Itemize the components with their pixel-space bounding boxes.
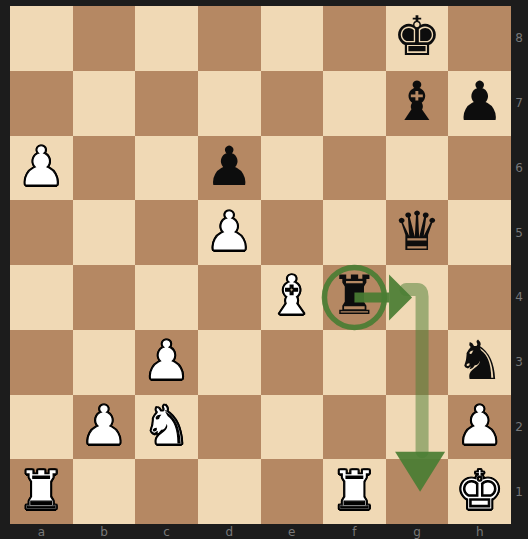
square-h6[interactable]	[448, 136, 511, 201]
square-c4[interactable]	[135, 265, 198, 330]
square-b8[interactable]	[73, 6, 136, 71]
square-f5[interactable]	[323, 200, 386, 265]
piece-black-queen[interactable]: ♛	[393, 205, 441, 259]
square-b5[interactable]	[73, 200, 136, 265]
square-b7[interactable]	[73, 71, 136, 136]
square-c1[interactable]	[135, 459, 198, 524]
square-e5[interactable]	[261, 200, 324, 265]
square-g6[interactable]	[386, 136, 449, 201]
square-g1[interactable]	[386, 459, 449, 524]
square-a4[interactable]	[10, 265, 73, 330]
rank-label-6: 6	[510, 136, 528, 201]
piece-white-pawn[interactable]: ♟	[142, 334, 190, 388]
piece-white-bishop[interactable]: ♝	[268, 269, 316, 323]
file-label-h: h	[448, 526, 511, 538]
square-g4[interactable]	[386, 265, 449, 330]
file-label-g: g	[386, 526, 449, 538]
piece-white-pawn[interactable]: ♟	[80, 399, 128, 453]
square-h7[interactable]: ♟	[448, 71, 511, 136]
file-label-e: e	[261, 526, 324, 538]
chess-app-stage: ♚♝♟♟♟♟♛♝♜♟♞♟♞♟♜♜♚ abcdefgh 87654321	[0, 0, 528, 539]
square-b6[interactable]	[73, 136, 136, 201]
square-c2[interactable]: ♞	[135, 395, 198, 460]
square-h2[interactable]: ♟	[448, 395, 511, 460]
square-d7[interactable]	[198, 71, 261, 136]
square-f4[interactable]: ♜	[323, 265, 386, 330]
square-f3[interactable]	[323, 330, 386, 395]
square-d2[interactable]	[198, 395, 261, 460]
file-label-f: f	[323, 526, 386, 538]
square-a6[interactable]: ♟	[10, 136, 73, 201]
square-d5[interactable]: ♟	[198, 200, 261, 265]
square-a1[interactable]: ♜	[10, 459, 73, 524]
file-label-a: a	[10, 526, 73, 538]
square-c3[interactable]: ♟	[135, 330, 198, 395]
piece-black-knight[interactable]: ♞	[455, 334, 503, 388]
square-a2[interactable]	[10, 395, 73, 460]
square-e2[interactable]	[261, 395, 324, 460]
piece-white-rook[interactable]: ♜	[17, 464, 65, 518]
square-e4[interactable]: ♝	[261, 265, 324, 330]
square-b1[interactable]	[73, 459, 136, 524]
square-d1[interactable]	[198, 459, 261, 524]
square-g8[interactable]: ♚	[386, 6, 449, 71]
square-e1[interactable]	[261, 459, 324, 524]
file-label-d: d	[198, 526, 261, 538]
piece-white-pawn[interactable]: ♟	[455, 399, 503, 453]
square-b4[interactable]	[73, 265, 136, 330]
rank-label-8: 8	[510, 6, 528, 71]
rank-label-3: 3	[510, 330, 528, 395]
square-c5[interactable]	[135, 200, 198, 265]
file-label-b: b	[73, 526, 136, 538]
piece-black-bishop[interactable]: ♝	[393, 75, 441, 129]
rank-label-7: 7	[510, 71, 528, 136]
chess-board[interactable]: ♚♝♟♟♟♟♛♝♜♟♞♟♞♟♜♜♚	[10, 6, 511, 524]
square-h5[interactable]	[448, 200, 511, 265]
piece-white-pawn[interactable]: ♟	[17, 140, 65, 194]
square-g7[interactable]: ♝	[386, 71, 449, 136]
square-g5[interactable]: ♛	[386, 200, 449, 265]
square-h1[interactable]: ♚	[448, 459, 511, 524]
square-h3[interactable]: ♞	[448, 330, 511, 395]
file-label-c: c	[135, 526, 198, 538]
square-d8[interactable]	[198, 6, 261, 71]
piece-black-pawn[interactable]: ♟	[455, 75, 503, 129]
rank-coordinates: 87654321	[510, 6, 528, 524]
square-g3[interactable]	[386, 330, 449, 395]
rank-label-2: 2	[510, 395, 528, 460]
square-e6[interactable]	[261, 136, 324, 201]
square-f7[interactable]	[323, 71, 386, 136]
square-a5[interactable]	[10, 200, 73, 265]
square-c7[interactable]	[135, 71, 198, 136]
square-f2[interactable]	[323, 395, 386, 460]
square-c6[interactable]	[135, 136, 198, 201]
piece-white-king[interactable]: ♚	[455, 464, 503, 518]
square-h8[interactable]	[448, 6, 511, 71]
square-d4[interactable]	[198, 265, 261, 330]
square-c8[interactable]	[135, 6, 198, 71]
square-e7[interactable]	[261, 71, 324, 136]
square-f6[interactable]	[323, 136, 386, 201]
rank-label-5: 5	[510, 200, 528, 265]
rank-label-1: 1	[510, 459, 528, 524]
square-e3[interactable]	[261, 330, 324, 395]
piece-white-rook[interactable]: ♜	[330, 464, 378, 518]
square-a8[interactable]	[10, 6, 73, 71]
square-h4[interactable]	[448, 265, 511, 330]
piece-black-king[interactable]: ♚	[393, 10, 441, 64]
square-e8[interactable]	[261, 6, 324, 71]
square-d6[interactable]: ♟	[198, 136, 261, 201]
square-a7[interactable]	[10, 71, 73, 136]
piece-white-knight[interactable]: ♞	[142, 399, 190, 453]
square-b3[interactable]	[73, 330, 136, 395]
square-g2[interactable]	[386, 395, 449, 460]
square-a3[interactable]	[10, 330, 73, 395]
piece-black-rook[interactable]: ♜	[330, 269, 378, 323]
file-coordinates: abcdefgh	[10, 524, 511, 539]
piece-black-pawn[interactable]: ♟	[205, 140, 253, 194]
square-b2[interactable]: ♟	[73, 395, 136, 460]
piece-white-pawn[interactable]: ♟	[205, 205, 253, 259]
square-d3[interactable]	[198, 330, 261, 395]
square-f8[interactable]	[323, 6, 386, 71]
rank-label-4: 4	[510, 265, 528, 330]
square-f1[interactable]: ♜	[323, 459, 386, 524]
